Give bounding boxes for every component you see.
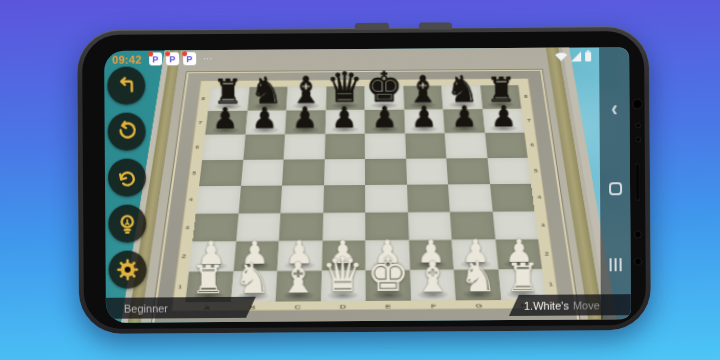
notification-overflow: ⋯	[203, 53, 214, 64]
square-d6[interactable]	[324, 134, 365, 159]
nav-home-icon[interactable]	[609, 182, 622, 195]
notification-badge: P	[166, 52, 179, 65]
white-bishop[interactable]: ♝	[278, 257, 316, 300]
proximity-sensor	[636, 123, 641, 128]
battery-icon	[585, 50, 591, 61]
black-pawn[interactable]: ♟	[491, 102, 517, 131]
light-sensor	[636, 137, 641, 142]
back-arrow-icon	[114, 74, 138, 98]
chess-board: ABCDEFGH 87654321 87654321 ♜♞♝♛♚♝♞♜♟♟♟♟♟…	[151, 70, 579, 323]
white-rook[interactable]: ♜	[505, 258, 540, 297]
square-h5[interactable]	[486, 158, 530, 184]
rotate-icon	[115, 120, 139, 144]
signal-icon	[571, 51, 581, 61]
square-e7[interactable]: ♟	[364, 109, 404, 133]
square-f7[interactable]: ♟	[403, 109, 444, 133]
white-bishop[interactable]: ♝	[413, 256, 451, 299]
undo-icon	[115, 166, 139, 190]
square-e4[interactable]	[365, 185, 407, 213]
square-h6[interactable]	[484, 133, 527, 158]
black-pawn[interactable]: ♟	[331, 103, 357, 132]
square-h4[interactable]	[489, 184, 534, 211]
settings-gear-icon	[116, 258, 140, 282]
phone-bezel: ABCDEFGH 87654321 87654321 ♜♞♝♛♚♝♞♜♟♟♟♟♟…	[82, 31, 646, 329]
square-b5[interactable]	[240, 159, 283, 185]
black-pawn[interactable]: ♟	[411, 103, 437, 132]
file-label: G	[455, 300, 501, 311]
sensor-dot	[635, 258, 642, 265]
front-camera	[632, 99, 642, 109]
square-f5[interactable]	[405, 158, 447, 184]
hint-button[interactable]	[108, 205, 146, 243]
rank-label: 6	[189, 135, 205, 160]
square-f1[interactable]: ♝	[409, 269, 455, 300]
square-d5[interactable]	[323, 159, 364, 185]
square-e5[interactable]	[364, 159, 406, 185]
black-pawn[interactable]: ♟	[212, 104, 238, 133]
black-pawn[interactable]: ♟	[252, 104, 278, 133]
square-d7[interactable]: ♟	[324, 109, 364, 133]
square-e1[interactable]: ♚	[365, 270, 410, 301]
square-d4[interactable]	[322, 185, 364, 213]
square-a6[interactable]	[202, 135, 245, 160]
rank-label: 6	[524, 132, 540, 157]
board-grid: ♜♞♝♛♚♝♞♜♟♟♟♟♟♟♟♟♟♟♟♟♟♟♟♟♜♞♝♛♚♝♞♜	[185, 85, 546, 302]
table-surface: ABCDEFGH 87654321 87654321 ♜♞♝♛♚♝♞♜♟♟♟♟♟…	[105, 47, 631, 323]
white-knight[interactable]: ♞	[458, 255, 496, 298]
settings-button[interactable]	[108, 251, 146, 289]
square-a4[interactable]	[195, 186, 240, 214]
earpiece-speaker	[635, 163, 640, 201]
chess-scene: ABCDEFGH 87654321 87654321 ♜♞♝♛♚♝♞♜♟♟♟♟♟…	[104, 47, 631, 323]
undo-button[interactable]	[108, 159, 146, 197]
square-a7[interactable]: ♟	[205, 110, 247, 135]
back-button[interactable]	[107, 67, 145, 105]
white-knight[interactable]: ♞	[233, 257, 271, 300]
black-pawn[interactable]: ♟	[371, 103, 397, 132]
square-b4[interactable]	[238, 186, 282, 214]
move-number-player: 1.White's	[524, 299, 569, 311]
square-g5[interactable]	[446, 158, 489, 184]
white-king[interactable]: ♚	[366, 251, 409, 299]
notification-badge: P	[149, 52, 162, 65]
power-button	[419, 22, 452, 29]
square-c4[interactable]	[280, 185, 323, 213]
android-nav-bar: ‹	[599, 47, 631, 319]
rotate-board-button[interactable]	[108, 113, 146, 151]
white-rook[interactable]: ♜	[190, 261, 225, 300]
phone-frame: ABCDEFGH 87654321 87654321 ♜♞♝♛♚♝♞♜♟♟♟♟♟…	[77, 26, 651, 334]
move-word: Move	[573, 299, 600, 311]
square-g4[interactable]	[448, 184, 492, 211]
sensor-dot	[634, 231, 641, 238]
square-d1[interactable]: ♛	[320, 270, 365, 301]
white-queen[interactable]: ♛	[321, 251, 364, 299]
square-g7[interactable]: ♟	[443, 109, 485, 133]
square-c5[interactable]	[282, 159, 324, 185]
hint-bulb-icon	[115, 212, 139, 236]
square-c7[interactable]: ♟	[284, 110, 325, 134]
volume-button	[355, 23, 389, 30]
nav-recents-icon[interactable]	[610, 258, 622, 271]
square-g6[interactable]	[444, 133, 486, 158]
square-f4[interactable]	[406, 184, 449, 212]
app-screen: ABCDEFGH 87654321 87654321 ♜♞♝♛♚♝♞♜♟♟♟♟♟…	[104, 47, 631, 323]
black-pawn[interactable]: ♟	[451, 102, 477, 131]
square-b7[interactable]: ♟	[245, 110, 286, 135]
nav-back-icon[interactable]: ‹	[611, 97, 617, 120]
game-toolbar	[107, 67, 147, 289]
clock: 09:42	[112, 53, 142, 65]
status-bar: 09:42 P P P ⋯	[104, 47, 599, 67]
square-a5[interactable]	[199, 160, 243, 186]
square-c1[interactable]: ♝	[275, 270, 321, 301]
square-g1[interactable]: ♞	[453, 269, 500, 300]
difficulty-badge: Beginner	[106, 297, 256, 319]
wifi-icon	[555, 51, 567, 61]
difficulty-label: Beginner	[124, 302, 168, 314]
black-pawn[interactable]: ♟	[291, 103, 317, 132]
notification-badge: P	[183, 52, 196, 65]
